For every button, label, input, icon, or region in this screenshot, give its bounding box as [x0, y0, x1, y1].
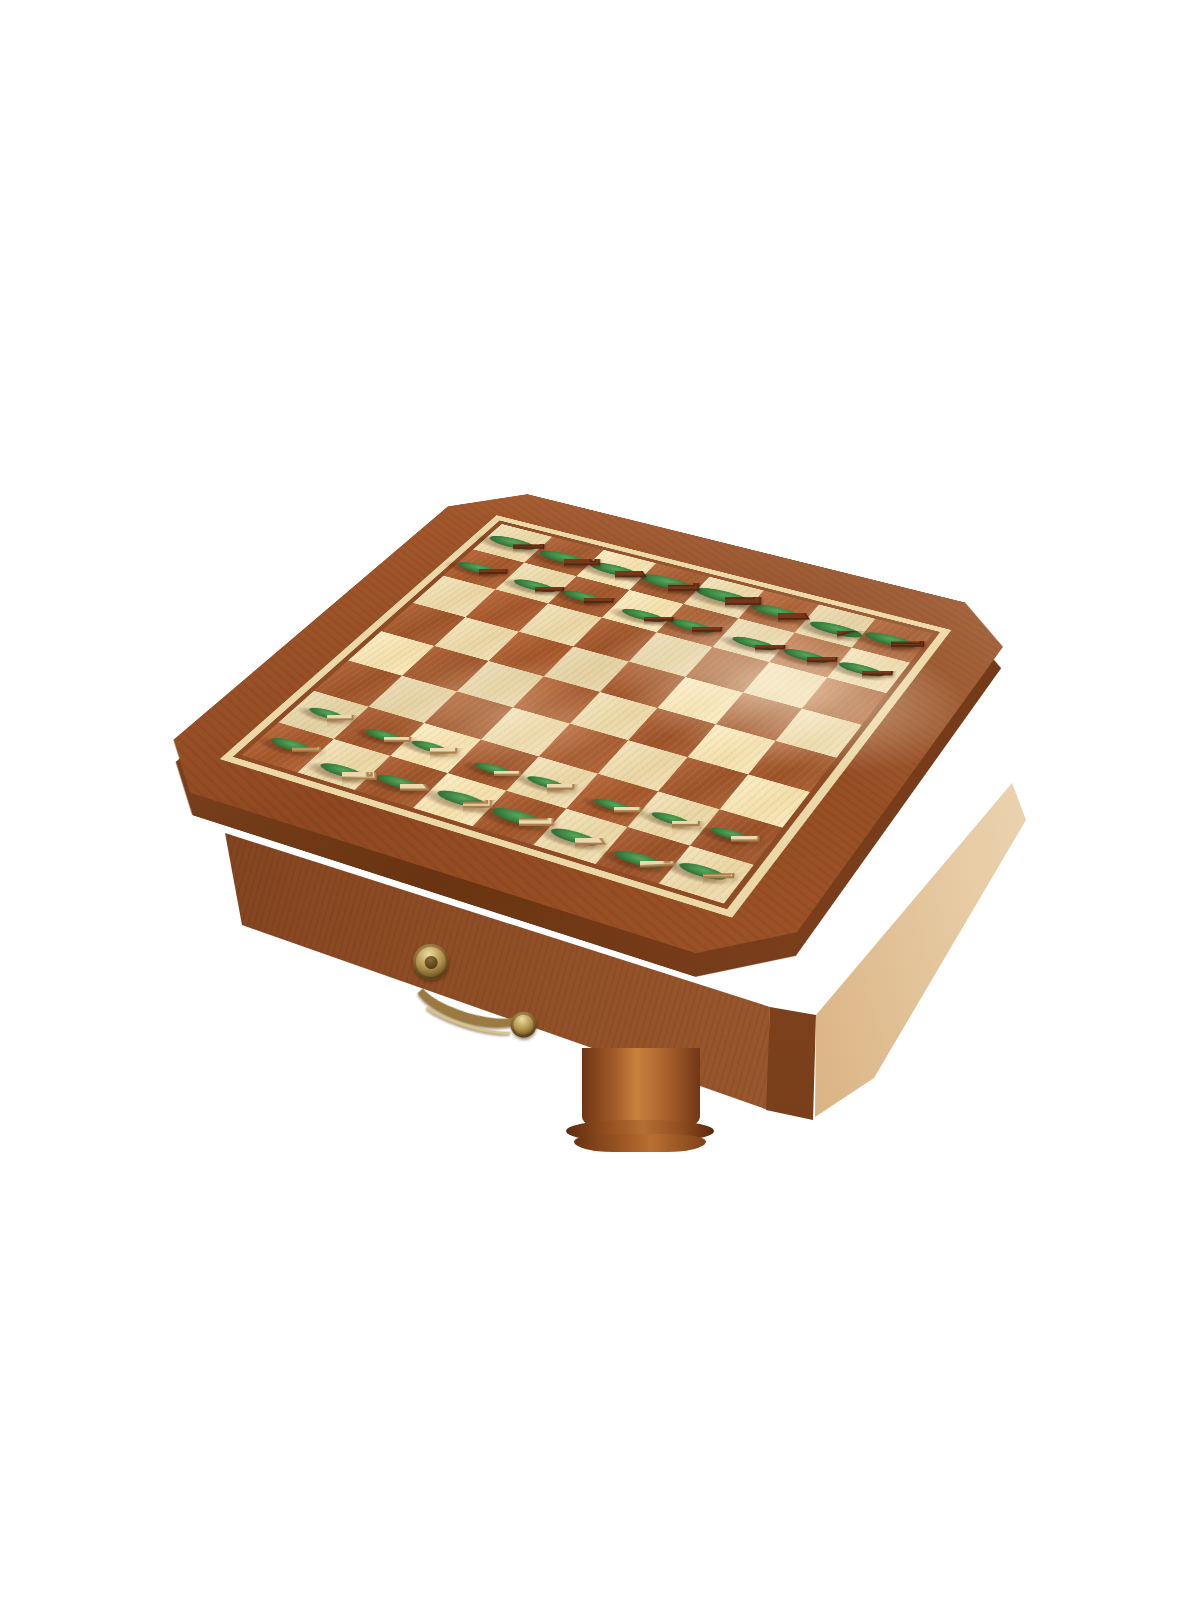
pieces-layer: ♜♞♝♛♚♝♞♜♟♟♟♟♟♟♟♟♟♟♟♟♟♟♟♟♜♞♝♛♚♝♞♜ — [133, 482, 1025, 976]
product-photo: ♜♞♝♛♚♝♞♜♟♟♟♟♟♟♟♟♟♟♟♟♟♟♟♟♜♞♝♛♚♝♞♜ — [0, 0, 1200, 1600]
scene-3d: ♜♞♝♛♚♝♞♜♟♟♟♟♟♟♟♟♟♟♟♟♟♟♟♟♜♞♝♛♚♝♞♜ — [0, 0, 1200, 1600]
chess-table-top: ♜♞♝♛♚♝♞♜♟♟♟♟♟♟♟♟♟♟♟♟♟♟♟♟♜♞♝♛♚♝♞♜ — [133, 482, 1025, 976]
